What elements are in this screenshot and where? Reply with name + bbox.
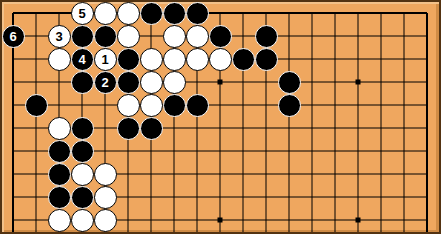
black-stone (186, 94, 209, 117)
black-stone (94, 25, 117, 48)
black-stone (71, 117, 94, 140)
white-stone (140, 48, 163, 71)
black-stone (255, 48, 278, 71)
black-stone (140, 117, 163, 140)
white-stone (48, 48, 71, 71)
move-number-label: 1 (101, 53, 108, 66)
white-stone (163, 71, 186, 94)
black-stone (278, 71, 301, 94)
white-stone (140, 71, 163, 94)
white-stone: 5 (71, 2, 94, 25)
black-stone (71, 140, 94, 163)
black-stone (209, 25, 232, 48)
black-stone (163, 94, 186, 117)
black-stone (255, 25, 278, 48)
move-number-label: 3 (55, 30, 62, 43)
white-stone (117, 25, 140, 48)
black-stone: 2 (94, 71, 117, 94)
white-stone (186, 48, 209, 71)
black-stone (117, 117, 140, 140)
move-number-label: 6 (9, 30, 16, 43)
white-stone (140, 94, 163, 117)
white-stone (209, 48, 232, 71)
go-board: 563412 (0, 0, 441, 234)
move-number-label: 5 (78, 7, 85, 20)
black-stone (278, 94, 301, 117)
black-stone (48, 140, 71, 163)
white-stone (48, 209, 71, 232)
white-stone (94, 163, 117, 186)
move-number-label: 2 (101, 76, 108, 89)
black-stone (117, 48, 140, 71)
black-stone (71, 186, 94, 209)
white-stone (163, 25, 186, 48)
white-stone (94, 186, 117, 209)
move-number-label: 4 (78, 53, 85, 66)
white-stone (94, 209, 117, 232)
white-stone (117, 2, 140, 25)
black-stone (71, 25, 94, 48)
black-stone (117, 71, 140, 94)
white-stone (186, 25, 209, 48)
white-stone: 1 (94, 48, 117, 71)
white-stone (48, 117, 71, 140)
white-stone (94, 2, 117, 25)
black-stone (71, 71, 94, 94)
white-stone (117, 94, 140, 117)
white-stone: 3 (48, 25, 71, 48)
stones-layer: 563412 (2, 2, 439, 232)
black-stone (48, 186, 71, 209)
black-stone (25, 94, 48, 117)
white-stone (71, 163, 94, 186)
black-stone (140, 2, 163, 25)
black-stone (48, 163, 71, 186)
white-stone (163, 48, 186, 71)
black-stone: 4 (71, 48, 94, 71)
black-stone: 6 (2, 25, 25, 48)
black-stone (186, 2, 209, 25)
white-stone (71, 209, 94, 232)
black-stone (163, 2, 186, 25)
black-stone (232, 48, 255, 71)
